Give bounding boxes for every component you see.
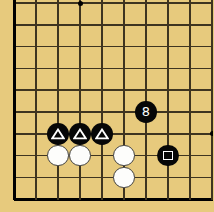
intersection[interactable] <box>113 0 135 14</box>
intersection[interactable] <box>201 0 213 14</box>
intersection[interactable] <box>47 123 69 145</box>
intersection[interactable] <box>69 0 91 14</box>
intersection[interactable] <box>25 79 47 101</box>
intersection[interactable] <box>47 166 69 188</box>
intersection[interactable] <box>3 79 25 101</box>
black-stone[interactable]: 8 <box>135 101 157 123</box>
intersection[interactable] <box>179 188 201 210</box>
intersection[interactable] <box>201 145 213 167</box>
intersection[interactable] <box>69 123 91 145</box>
intersection[interactable] <box>179 123 201 145</box>
intersection[interactable] <box>201 166 213 188</box>
intersection[interactable] <box>25 0 47 14</box>
intersection[interactable] <box>201 36 213 58</box>
white-stone[interactable] <box>69 145 91 167</box>
triangle-mark <box>95 128 109 140</box>
intersection[interactable] <box>91 145 113 167</box>
intersection[interactable] <box>3 123 25 145</box>
white-stone[interactable] <box>113 167 135 189</box>
triangle-mark <box>73 128 87 140</box>
intersection[interactable] <box>179 14 201 36</box>
intersection[interactable] <box>157 123 179 145</box>
intersection[interactable] <box>25 14 47 36</box>
intersection[interactable] <box>135 123 157 145</box>
intersection[interactable] <box>201 79 213 101</box>
intersection[interactable] <box>69 188 91 210</box>
intersection[interactable] <box>47 101 69 123</box>
intersection[interactable] <box>3 145 25 167</box>
star-point <box>78 1 83 6</box>
white-stone[interactable] <box>47 145 69 167</box>
intersection[interactable]: 8 <box>135 101 157 123</box>
intersection[interactable] <box>113 36 135 58</box>
black-stone[interactable] <box>157 145 179 167</box>
intersection[interactable] <box>3 36 25 58</box>
intersection[interactable] <box>201 101 213 123</box>
intersection[interactable] <box>179 101 201 123</box>
white-stone[interactable] <box>113 145 135 167</box>
intersection[interactable] <box>69 58 91 80</box>
intersection[interactable] <box>135 188 157 210</box>
intersection[interactable] <box>47 0 69 14</box>
intersection[interactable] <box>113 58 135 80</box>
intersection[interactable] <box>3 166 25 188</box>
intersection[interactable] <box>69 14 91 36</box>
intersection[interactable] <box>3 188 25 210</box>
intersection[interactable] <box>157 14 179 36</box>
intersection[interactable] <box>113 123 135 145</box>
intersection[interactable] <box>47 188 69 210</box>
intersection[interactable] <box>179 0 201 14</box>
go-board-diagram: 8 <box>0 0 213 212</box>
intersection[interactable] <box>135 58 157 80</box>
intersection[interactable] <box>179 58 201 80</box>
intersection[interactable] <box>69 79 91 101</box>
intersection[interactable] <box>157 101 179 123</box>
intersection[interactable] <box>135 0 157 14</box>
intersection[interactable] <box>201 58 213 80</box>
black-stone[interactable] <box>91 123 113 145</box>
intersection[interactable] <box>47 79 69 101</box>
intersection[interactable] <box>113 166 135 188</box>
intersection[interactable] <box>157 145 179 167</box>
intersection[interactable] <box>201 188 213 210</box>
intersection[interactable] <box>91 58 113 80</box>
intersection[interactable] <box>25 101 47 123</box>
go-board: 8 <box>3 0 213 210</box>
intersection[interactable] <box>157 79 179 101</box>
star-point <box>210 131 214 136</box>
intersection[interactable] <box>25 58 47 80</box>
intersection[interactable] <box>69 36 91 58</box>
intersection[interactable] <box>25 166 47 188</box>
square-mark <box>163 151 173 161</box>
intersection[interactable] <box>3 14 25 36</box>
intersection[interactable] <box>91 36 113 58</box>
intersection[interactable] <box>157 36 179 58</box>
intersection[interactable] <box>179 145 201 167</box>
intersection[interactable] <box>3 101 25 123</box>
intersection[interactable] <box>135 145 157 167</box>
intersection[interactable] <box>47 36 69 58</box>
intersection[interactable] <box>135 79 157 101</box>
intersection[interactable] <box>113 14 135 36</box>
intersection[interactable] <box>157 166 179 188</box>
intersection[interactable] <box>135 14 157 36</box>
intersection[interactable] <box>157 0 179 14</box>
intersection[interactable] <box>69 166 91 188</box>
intersection[interactable] <box>179 166 201 188</box>
intersection[interactable] <box>179 36 201 58</box>
intersection[interactable] <box>91 14 113 36</box>
intersection[interactable] <box>69 145 91 167</box>
intersection[interactable] <box>69 101 91 123</box>
intersection[interactable] <box>135 36 157 58</box>
intersection[interactable] <box>91 188 113 210</box>
triangle-mark <box>51 128 65 140</box>
intersection[interactable] <box>47 14 69 36</box>
move-number-label: 8 <box>142 105 150 118</box>
intersection[interactable] <box>135 166 157 188</box>
intersection[interactable] <box>25 188 47 210</box>
intersection[interactable] <box>91 166 113 188</box>
intersection[interactable] <box>91 101 113 123</box>
intersection[interactable] <box>91 79 113 101</box>
intersection[interactable] <box>91 0 113 14</box>
intersection[interactable] <box>179 79 201 101</box>
intersection[interactable] <box>113 188 135 210</box>
intersection[interactable] <box>157 58 179 80</box>
intersection[interactable] <box>25 36 47 58</box>
intersection[interactable] <box>91 123 113 145</box>
intersection[interactable] <box>25 145 47 167</box>
intersection[interactable] <box>201 123 213 145</box>
intersection[interactable] <box>25 123 47 145</box>
black-stone[interactable] <box>69 123 91 145</box>
black-stone[interactable] <box>47 123 69 145</box>
intersection[interactable] <box>157 188 179 210</box>
intersection[interactable] <box>3 0 25 14</box>
intersection[interactable] <box>201 14 213 36</box>
intersection[interactable] <box>3 58 25 80</box>
intersection[interactable] <box>113 101 135 123</box>
intersection[interactable] <box>113 145 135 167</box>
intersection[interactable] <box>47 58 69 80</box>
intersection[interactable] <box>47 145 69 167</box>
intersection[interactable] <box>113 79 135 101</box>
